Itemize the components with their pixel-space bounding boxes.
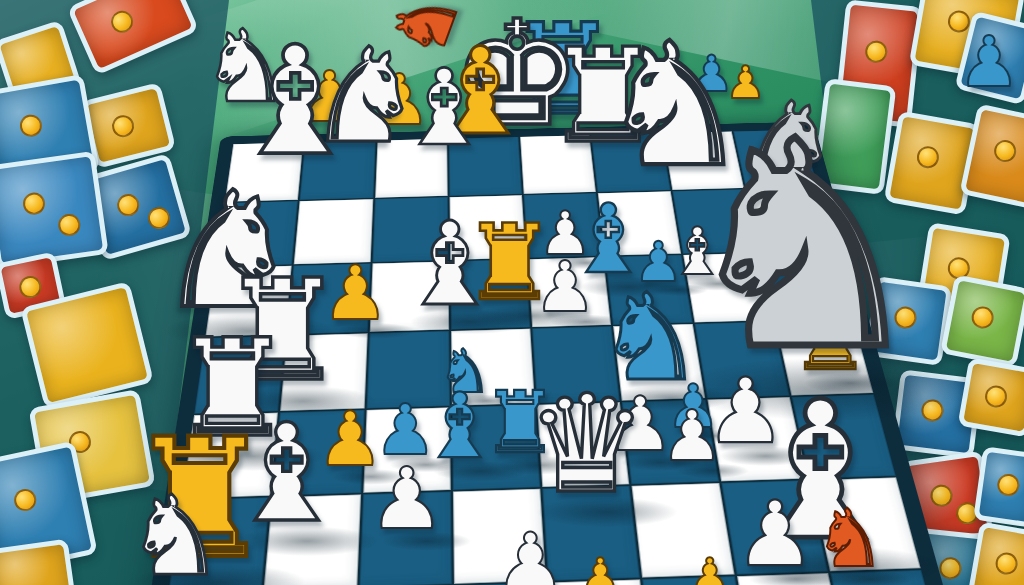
piece-silver-knight[interactable]: ♞ [676, 104, 932, 389]
chess-illustration-scene: ♞♝♟♞♟♝♝♚♜♜♞♟♟♞♞♞♜♟♝♜♟♟♝♟♞♝♞♞♜♜♜♝♟♟♟♝♜♛♟♟… [0, 0, 1024, 585]
piece-white-bishop[interactable]: ♝ [397, 56, 491, 161]
piece-red-knight[interactable]: ♞ [814, 499, 886, 579]
piece-white-pawn[interactable]: ♟ [735, 489, 816, 579]
piece-gold-pawn[interactable]: ♟ [689, 552, 729, 585]
piece-white-bishop[interactable]: ♝ [398, 207, 501, 322]
piece-white-pawn[interactable]: ♟ [661, 401, 724, 471]
piece-white-pawn[interactable]: ♟ [368, 456, 444, 541]
piece-white-queen[interactable]: ♛ [526, 377, 647, 512]
piece-white-pawn[interactable]: ♟ [495, 523, 567, 585]
piece-blue-pawn[interactable]: ♟ [958, 27, 1021, 97]
piece-white-knight[interactable]: ♞ [126, 481, 225, 585]
pieces-layer: ♞♝♟♞♟♝♝♚♜♜♞♟♟♞♞♞♜♟♝♜♟♟♝♟♞♝♞♞♜♜♜♝♟♟♟♝♜♛♟♟… [0, 0, 1024, 585]
piece-white-bishop[interactable]: ♝ [228, 26, 362, 176]
piece-gold-pawn[interactable]: ♟ [580, 552, 620, 585]
piece-white-pawn[interactable]: ♟ [534, 252, 597, 322]
